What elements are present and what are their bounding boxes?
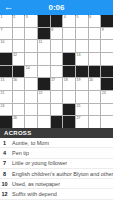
grid-cell[interactable]: 5 bbox=[76, 15, 88, 27]
grid-cell[interactable] bbox=[38, 66, 50, 78]
cell-number: 14 bbox=[26, 66, 30, 70]
black-cell bbox=[51, 15, 63, 27]
cell-number: 17 bbox=[51, 78, 55, 82]
cell-number: 8 bbox=[51, 28, 53, 32]
cell-number: 22 bbox=[39, 91, 43, 95]
grid-cell[interactable] bbox=[13, 40, 25, 52]
cell-number: 23 bbox=[102, 91, 106, 95]
cell-number: 6 bbox=[89, 15, 91, 19]
grid-cell[interactable]: 23 bbox=[101, 91, 113, 103]
grid-cell[interactable]: 20 bbox=[89, 78, 101, 90]
clue-row[interactable]: 4Pen tip bbox=[0, 148, 113, 158]
cell-number: 11 bbox=[39, 40, 43, 44]
grid-cell[interactable]: 15 bbox=[0, 78, 12, 90]
grid-cell[interactable] bbox=[38, 104, 50, 116]
grid-cell[interactable]: 13 bbox=[76, 53, 88, 65]
grid-cell[interactable] bbox=[101, 53, 113, 65]
clue-number: 1 bbox=[0, 140, 9, 146]
grid-cell[interactable]: 21 bbox=[0, 91, 12, 103]
cell-number: 9 bbox=[102, 28, 104, 32]
clue-row[interactable]: 12Suffix with depend bbox=[0, 189, 113, 199]
cell-number: 12 bbox=[13, 53, 17, 57]
cell-number: 15 bbox=[1, 78, 5, 82]
black-cell bbox=[76, 66, 88, 78]
grid-cell[interactable]: 3 bbox=[25, 15, 37, 27]
grid-cell[interactable]: 11 bbox=[38, 40, 50, 52]
clue-number: 12 bbox=[0, 191, 9, 197]
app-bar: ← 0:06 bbox=[0, 0, 113, 15]
cell-number: 7 bbox=[1, 28, 3, 32]
cell-number: 21 bbox=[1, 91, 5, 95]
grid-cell[interactable]: 7 bbox=[0, 28, 12, 40]
black-cell bbox=[38, 78, 50, 90]
black-cell bbox=[51, 116, 63, 128]
grid-cell[interactable] bbox=[89, 104, 101, 116]
black-cell bbox=[101, 15, 113, 27]
grid-cell[interactable]: 14 bbox=[25, 66, 37, 78]
grid-cell[interactable] bbox=[63, 91, 75, 103]
grid-cell[interactable] bbox=[76, 40, 88, 52]
grid-cell[interactable]: 18 bbox=[63, 78, 75, 90]
clue-text: Pen tip bbox=[9, 150, 29, 156]
across-clue-list: 1Auntie, to Mom4Pen tip7Little or young … bbox=[0, 138, 113, 200]
grid-cell[interactable] bbox=[76, 91, 88, 103]
grid-cell[interactable] bbox=[38, 53, 50, 65]
grid-cell[interactable]: 2 bbox=[13, 15, 25, 27]
grid-cell[interactable] bbox=[25, 116, 37, 128]
grid-cell[interactable] bbox=[13, 104, 25, 116]
cell-number: 27 bbox=[77, 116, 81, 120]
grid-cell[interactable]: 25 bbox=[76, 104, 88, 116]
cell-number: 25 bbox=[77, 104, 81, 108]
clue-text: Little or young follower bbox=[9, 160, 67, 166]
grid-cell[interactable]: 10 bbox=[0, 40, 12, 52]
grid-cell[interactable] bbox=[101, 40, 113, 52]
clue-text: English children's author Blyton and oth… bbox=[9, 171, 113, 177]
clue-text: Used, as notepaper bbox=[9, 181, 60, 187]
cell-number: 1 bbox=[1, 15, 3, 19]
grid-cell[interactable]: 17 bbox=[51, 78, 63, 90]
grid-cell[interactable]: 22 bbox=[38, 91, 50, 103]
cell-number: 20 bbox=[89, 78, 93, 82]
cell-number: 26 bbox=[13, 116, 17, 120]
grid-cell[interactable] bbox=[38, 116, 50, 128]
grid-cell[interactable]: 8 bbox=[51, 28, 63, 40]
clue-text: Auntie, to Mom bbox=[9, 140, 49, 146]
crossword-grid: 1234567891011121314151617181920212223242… bbox=[0, 15, 113, 128]
clue-number: 10 bbox=[0, 181, 9, 187]
cell-number: 13 bbox=[77, 53, 81, 57]
grid-cell[interactable] bbox=[76, 28, 88, 40]
clue-row[interactable]: 10Used, as notepaper bbox=[0, 179, 113, 189]
grid-cell[interactable]: 19 bbox=[76, 78, 88, 90]
cell-number: 4 bbox=[64, 15, 66, 19]
black-cell bbox=[13, 66, 25, 78]
black-cell bbox=[0, 53, 12, 65]
cell-number: 19 bbox=[77, 78, 81, 82]
black-cell bbox=[101, 66, 113, 78]
cell-number: 5 bbox=[77, 15, 79, 19]
cell-number: 10 bbox=[1, 40, 5, 44]
black-cell bbox=[101, 78, 113, 90]
grid-cell[interactable] bbox=[25, 104, 37, 116]
black-cell bbox=[63, 53, 75, 65]
grid-cell[interactable]: 9 bbox=[101, 28, 113, 40]
grid-cell[interactable]: 24 bbox=[0, 104, 12, 116]
black-cell bbox=[38, 15, 50, 27]
grid-cell[interactable] bbox=[25, 40, 37, 52]
grid-cell[interactable] bbox=[89, 116, 101, 128]
grid-cell[interactable]: 4 bbox=[63, 15, 75, 27]
clue-text: Suffix with depend bbox=[9, 191, 57, 197]
clue-row[interactable]: 8English children's author Blyton and ot… bbox=[0, 169, 113, 179]
cell-number: 16 bbox=[13, 78, 17, 82]
clue-number: 7 bbox=[0, 160, 9, 166]
grid-cell[interactable] bbox=[51, 104, 63, 116]
cell-number: 18 bbox=[64, 78, 68, 82]
grid-cell[interactable] bbox=[89, 53, 101, 65]
grid-cell[interactable] bbox=[13, 91, 25, 103]
cell-number: 3 bbox=[26, 15, 28, 19]
grid-cell[interactable]: 16 bbox=[13, 78, 25, 90]
cell-number: 24 bbox=[1, 104, 5, 108]
black-cell bbox=[89, 66, 101, 78]
cell-number: 2 bbox=[13, 15, 15, 19]
clue-number: 8 bbox=[0, 171, 9, 177]
back-arrow-icon[interactable]: ← bbox=[0, 0, 24, 15]
clue-row[interactable]: 7Little or young follower bbox=[0, 159, 113, 169]
clue-row[interactable]: 1Auntie, to Mom bbox=[0, 138, 113, 148]
grid-cell[interactable] bbox=[51, 53, 63, 65]
grid-cell[interactable] bbox=[51, 91, 63, 103]
black-cell bbox=[0, 66, 12, 78]
grid-cell[interactable]: 26 bbox=[13, 116, 25, 128]
grid-cell[interactable]: 1 bbox=[0, 15, 12, 27]
grid-cell[interactable] bbox=[89, 28, 101, 40]
grid-cell[interactable] bbox=[25, 78, 37, 90]
black-cell bbox=[63, 116, 75, 128]
grid-cell[interactable] bbox=[101, 116, 113, 128]
grid-cell[interactable] bbox=[51, 40, 63, 52]
grid-cell[interactable] bbox=[89, 40, 101, 52]
grid-cell[interactable] bbox=[51, 66, 63, 78]
grid-cell[interactable] bbox=[13, 28, 25, 40]
across-header: ACROSS bbox=[0, 128, 113, 138]
grid-cell[interactable] bbox=[63, 40, 75, 52]
grid-cell[interactable] bbox=[25, 53, 37, 65]
grid-cell[interactable] bbox=[25, 91, 37, 103]
grid-cell[interactable]: 12 bbox=[13, 53, 25, 65]
grid-cell[interactable]: 27 bbox=[76, 116, 88, 128]
black-cell bbox=[38, 28, 50, 40]
grid-cell[interactable] bbox=[25, 28, 37, 40]
grid-cell[interactable]: 6 bbox=[89, 15, 101, 27]
black-cell bbox=[63, 66, 75, 78]
clue-number: 4 bbox=[0, 150, 9, 156]
black-cell bbox=[63, 104, 75, 116]
grid-cell[interactable] bbox=[89, 91, 101, 103]
grid-cell[interactable] bbox=[63, 28, 75, 40]
black-cell bbox=[0, 116, 12, 128]
grid-cell[interactable] bbox=[101, 104, 113, 116]
